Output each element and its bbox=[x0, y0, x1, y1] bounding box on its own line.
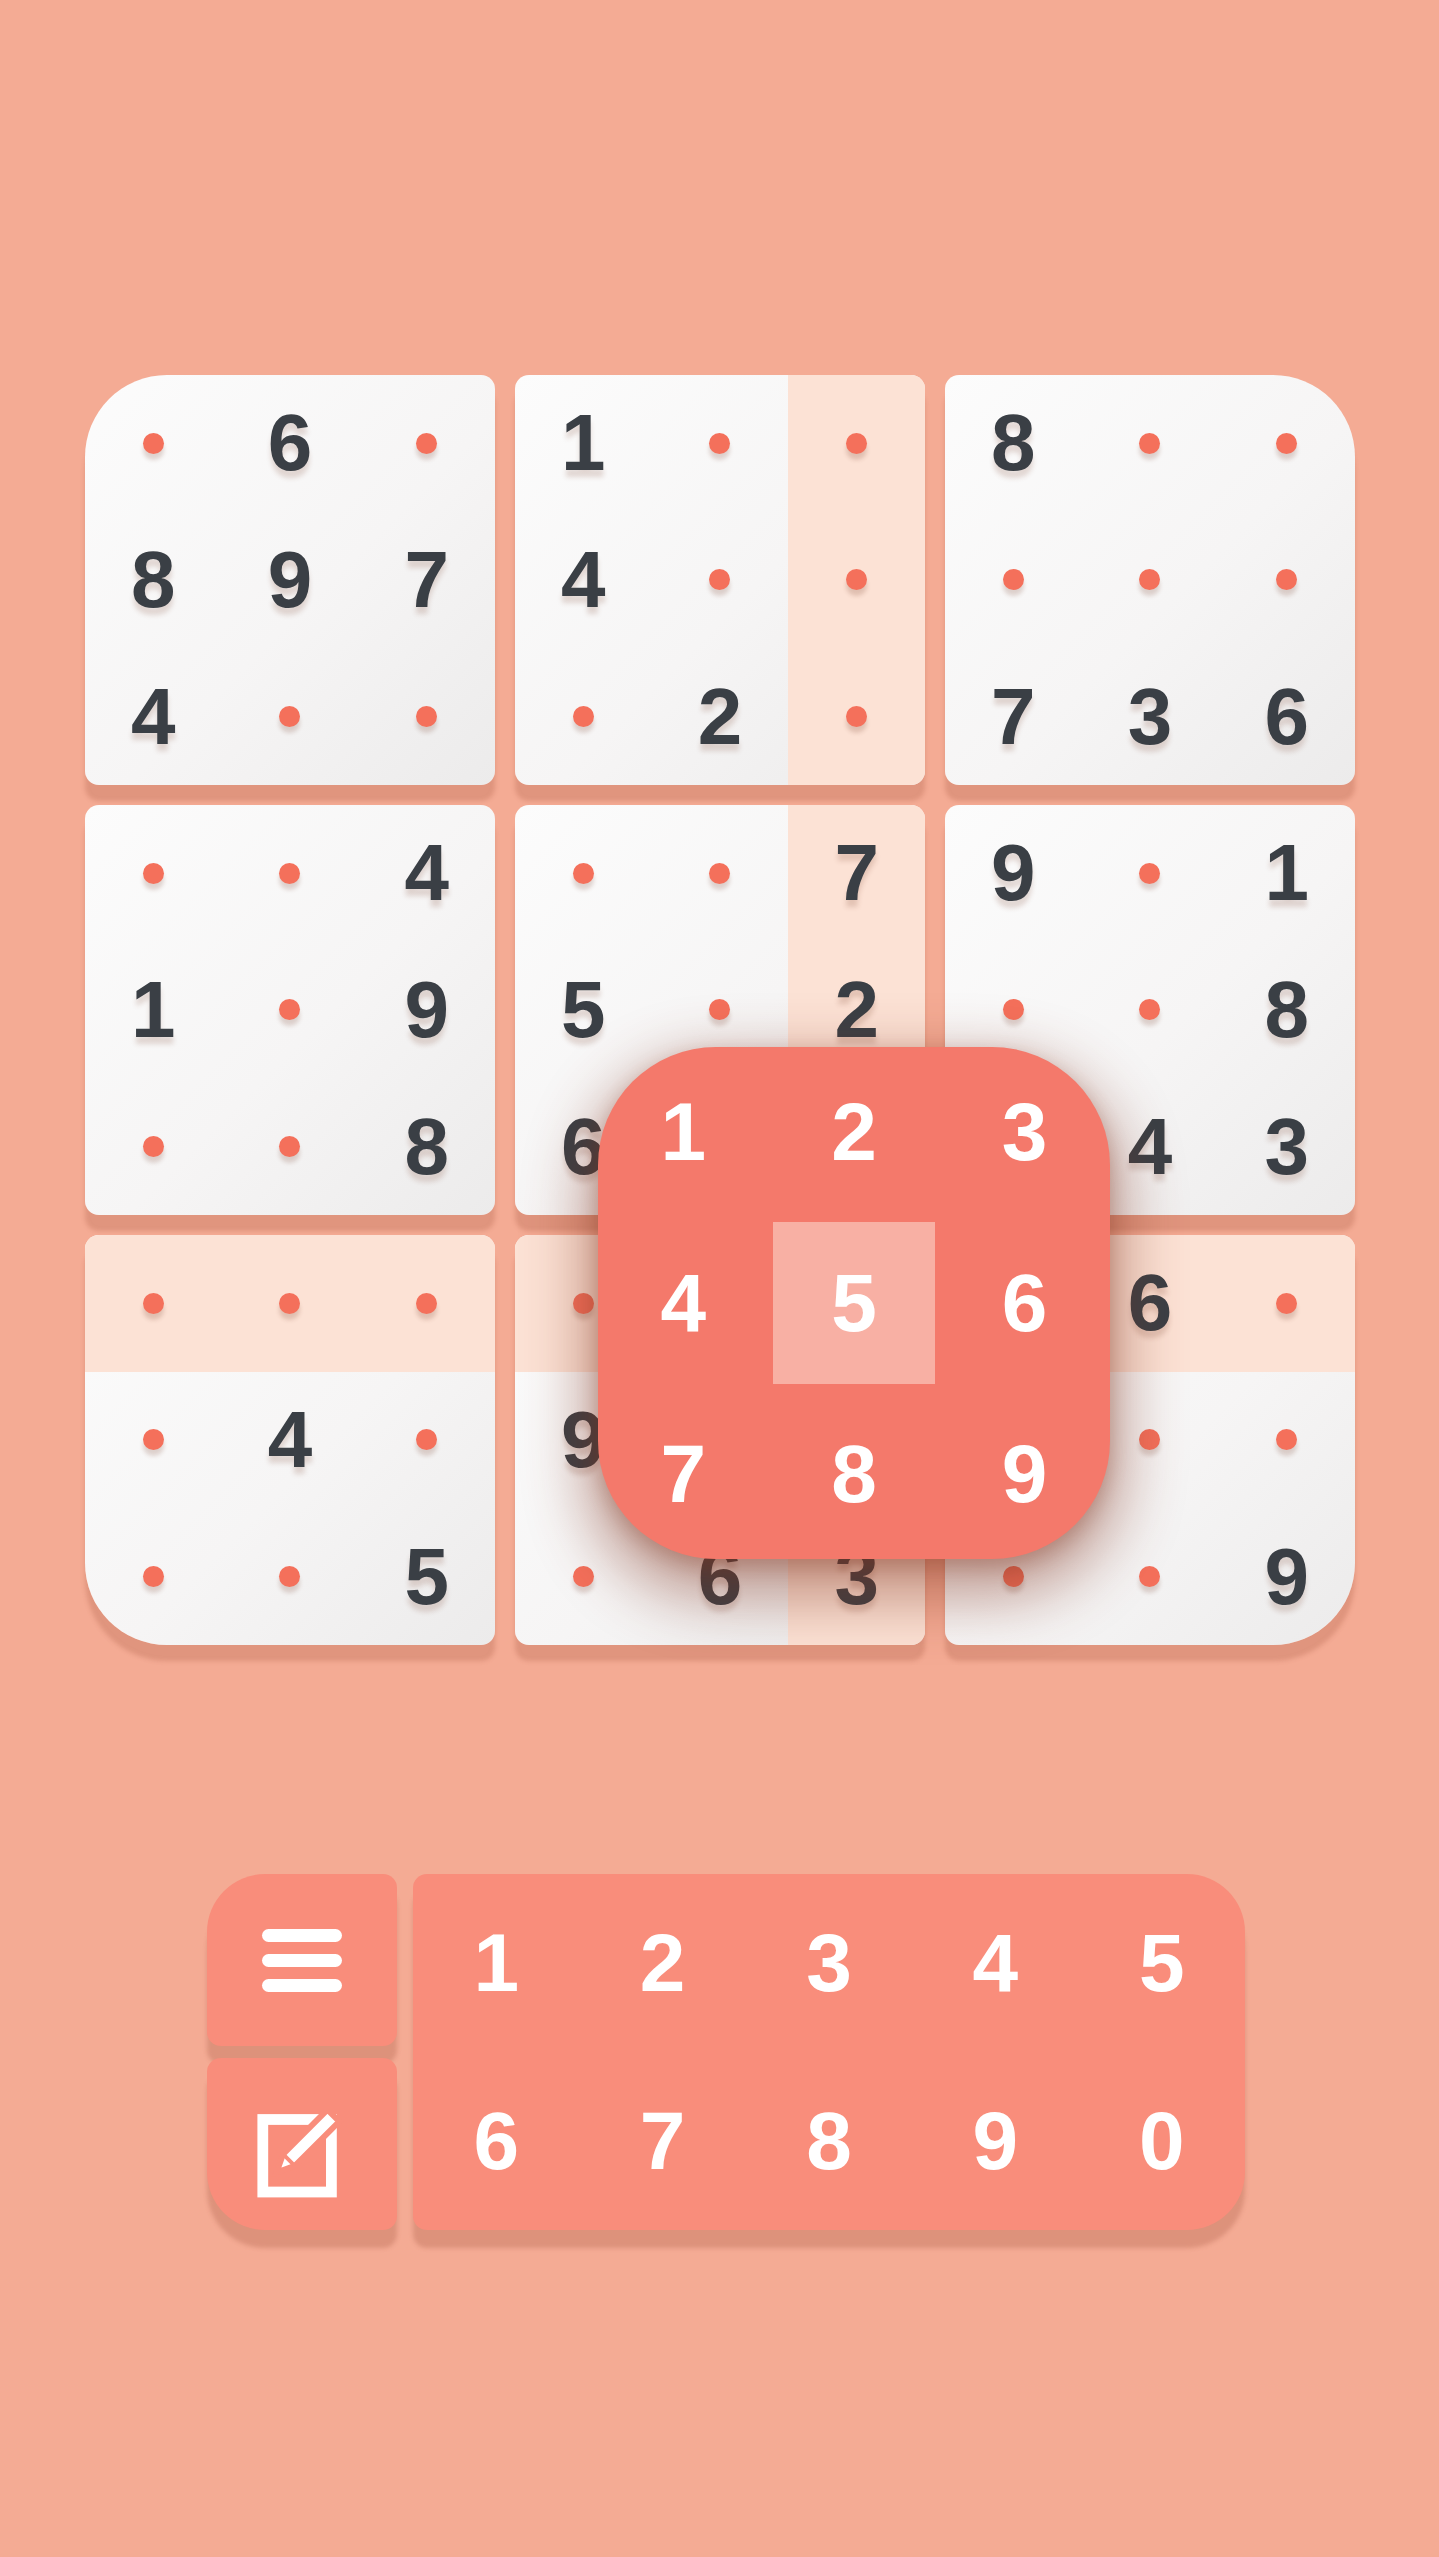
compose-pencil-icon bbox=[253, 2090, 351, 2198]
box-grid: 4198 bbox=[85, 805, 495, 1215]
cell-digit: 2 bbox=[698, 677, 743, 757]
cell-r1c5[interactable] bbox=[652, 375, 789, 512]
picker-digit: 1 bbox=[661, 1091, 707, 1173]
cell-digit: 8 bbox=[131, 540, 176, 620]
picker-option-8[interactable]: 8 bbox=[769, 1388, 940, 1559]
cell-r3c7[interactable]: 7 bbox=[945, 648, 1082, 785]
empty-cell-dot bbox=[709, 999, 730, 1020]
cell-r3c4[interactable] bbox=[515, 648, 652, 785]
cell-digit: 9 bbox=[404, 970, 449, 1050]
keypad-button-9[interactable]: 9 bbox=[912, 2052, 1078, 2230]
cell-digit: 6 bbox=[1128, 1263, 1173, 1343]
cell-digit: 7 bbox=[404, 540, 449, 620]
empty-cell-dot bbox=[1139, 1566, 1160, 1587]
empty-cell-dot bbox=[1276, 569, 1297, 590]
cell-digit: 4 bbox=[131, 677, 176, 757]
keypad-button-8[interactable]: 8 bbox=[746, 2052, 912, 2230]
empty-cell-dot bbox=[573, 863, 594, 884]
cell-r7c2[interactable] bbox=[222, 1235, 359, 1372]
cell-digit: 2 bbox=[834, 970, 879, 1050]
empty-cell-dot bbox=[143, 1566, 164, 1587]
cell-digit: 4 bbox=[561, 540, 606, 620]
cell-digit: 8 bbox=[404, 1107, 449, 1187]
cell-r4c2[interactable] bbox=[222, 805, 359, 942]
empty-cell-dot bbox=[279, 706, 300, 727]
empty-cell-dot bbox=[1139, 1429, 1160, 1450]
cell-digit: 7 bbox=[834, 833, 879, 913]
cell-r2c7[interactable] bbox=[945, 512, 1082, 649]
picker-option-3[interactable]: 3 bbox=[939, 1047, 1110, 1218]
cell-r9c3[interactable]: 5 bbox=[358, 1508, 495, 1645]
cell-r4c7[interactable]: 9 bbox=[945, 805, 1082, 942]
keypad-number-panel: 1234567890 bbox=[413, 1874, 1245, 2230]
cell-r4c8[interactable] bbox=[1082, 805, 1219, 942]
empty-cell-dot bbox=[573, 1293, 594, 1314]
empty-cell-dot bbox=[279, 999, 300, 1020]
cell-r9c9[interactable]: 9 bbox=[1218, 1508, 1355, 1645]
keypad-button-7[interactable]: 7 bbox=[579, 2052, 745, 2230]
cell-digit: 3 bbox=[1128, 677, 1173, 757]
cell-r2c3[interactable]: 7 bbox=[358, 512, 495, 649]
empty-cell-dot bbox=[709, 433, 730, 454]
cell-r3c3[interactable] bbox=[358, 648, 495, 785]
keypad-button-6[interactable]: 6 bbox=[413, 2052, 579, 2230]
cell-digit: 6 bbox=[1264, 677, 1309, 757]
picker-grid: 123456789 bbox=[598, 1047, 1110, 1559]
cell-digit: 4 bbox=[404, 833, 449, 913]
keypad-button-2[interactable]: 2 bbox=[579, 1874, 745, 2052]
cell-r4c1[interactable] bbox=[85, 805, 222, 942]
picker-digit: 2 bbox=[831, 1091, 877, 1173]
cell-r7c1[interactable] bbox=[85, 1235, 222, 1372]
cell-r4c9[interactable]: 1 bbox=[1218, 805, 1355, 942]
cell-r6c2[interactable] bbox=[222, 1078, 359, 1215]
cell-r9c1[interactable] bbox=[85, 1508, 222, 1645]
empty-cell-dot bbox=[143, 1293, 164, 1314]
keypad-button-1[interactable]: 1 bbox=[413, 1874, 579, 2052]
cell-r3c1[interactable]: 4 bbox=[85, 648, 222, 785]
cell-r4c3[interactable]: 4 bbox=[358, 805, 495, 942]
cell-r1c2[interactable]: 6 bbox=[222, 375, 359, 512]
empty-cell-dot bbox=[416, 1429, 437, 1450]
cell-r5c1[interactable]: 1 bbox=[85, 942, 222, 1079]
box-grid: 142 bbox=[515, 375, 925, 785]
empty-cell-dot bbox=[709, 863, 730, 884]
picker-option-1[interactable]: 1 bbox=[598, 1047, 769, 1218]
keypad-button-3[interactable]: 3 bbox=[746, 1874, 912, 2052]
picker-option-5[interactable]: 5 bbox=[769, 1218, 940, 1389]
cell-r3c2[interactable] bbox=[222, 648, 359, 785]
cell-r5c2[interactable] bbox=[222, 942, 359, 1079]
picker-option-2[interactable]: 2 bbox=[769, 1047, 940, 1218]
cell-digit: 1 bbox=[1264, 833, 1309, 913]
empty-cell-dot bbox=[143, 863, 164, 884]
hamburger-menu-icon bbox=[262, 1929, 342, 1992]
cell-digit: 8 bbox=[991, 403, 1036, 483]
picker-digit: 7 bbox=[661, 1433, 707, 1515]
cell-r8c9[interactable] bbox=[1218, 1372, 1355, 1509]
cell-r5c9[interactable]: 8 bbox=[1218, 942, 1355, 1079]
empty-cell-dot bbox=[709, 569, 730, 590]
picker-option-7[interactable]: 7 bbox=[598, 1388, 769, 1559]
cell-r2c1[interactable]: 8 bbox=[85, 512, 222, 649]
notes-button[interactable] bbox=[207, 2058, 397, 2230]
box-2-1: 4198 bbox=[85, 805, 495, 1215]
empty-cell-dot bbox=[573, 1566, 594, 1587]
cell-digit: 7 bbox=[991, 677, 1036, 757]
number-picker-popup[interactable]: 123456789 bbox=[598, 1047, 1110, 1559]
cell-r6c1[interactable] bbox=[85, 1078, 222, 1215]
empty-cell-dot bbox=[1139, 863, 1160, 884]
cell-r2c5[interactable] bbox=[652, 512, 789, 649]
empty-cell-dot bbox=[143, 1429, 164, 1450]
picker-option-6[interactable]: 6 bbox=[939, 1218, 1110, 1389]
cell-digit: 5 bbox=[561, 970, 606, 1050]
empty-cell-dot bbox=[1139, 999, 1160, 1020]
cell-r8c1[interactable] bbox=[85, 1372, 222, 1509]
picker-digit: 6 bbox=[1002, 1262, 1048, 1344]
cell-digit: 9 bbox=[991, 833, 1036, 913]
empty-cell-dot bbox=[1003, 999, 1024, 1020]
cell-r2c6[interactable] bbox=[788, 512, 925, 649]
cell-r6c3[interactable]: 8 bbox=[358, 1078, 495, 1215]
cell-digit: 9 bbox=[268, 540, 313, 620]
cell-digit: 4 bbox=[268, 1400, 313, 1480]
cell-r4c6[interactable]: 7 bbox=[788, 805, 925, 942]
cell-r8c3[interactable] bbox=[358, 1372, 495, 1509]
box-1-1: 68974 bbox=[85, 375, 495, 785]
keypad-button-4[interactable]: 4 bbox=[912, 1874, 1078, 2052]
cell-r2c8[interactable] bbox=[1082, 512, 1219, 649]
picker-digit: 8 bbox=[831, 1433, 877, 1515]
cell-digit: 9 bbox=[1264, 1537, 1309, 1617]
cell-r1c9[interactable] bbox=[1218, 375, 1355, 512]
cell-r3c6[interactable] bbox=[788, 648, 925, 785]
empty-cell-dot bbox=[143, 1136, 164, 1157]
cell-digit: 8 bbox=[1264, 970, 1309, 1050]
box-3-1: 45 bbox=[85, 1235, 495, 1645]
cell-r3c9[interactable]: 6 bbox=[1218, 648, 1355, 785]
cell-r1c6[interactable] bbox=[788, 375, 925, 512]
cell-r7c3[interactable] bbox=[358, 1235, 495, 1372]
box-1-2: 142 bbox=[515, 375, 925, 785]
cell-digit: 6 bbox=[268, 403, 313, 483]
empty-cell-dot bbox=[1276, 433, 1297, 454]
cell-r3c5[interactable]: 2 bbox=[652, 648, 789, 785]
picker-digit: 4 bbox=[661, 1262, 707, 1344]
empty-cell-dot bbox=[416, 1293, 437, 1314]
picker-option-4[interactable]: 4 bbox=[598, 1218, 769, 1389]
cell-r2c9[interactable] bbox=[1218, 512, 1355, 649]
empty-cell-dot bbox=[416, 706, 437, 727]
empty-cell-dot bbox=[846, 433, 867, 454]
box-grid: 68974 bbox=[85, 375, 495, 785]
picker-digit: 5 bbox=[831, 1262, 877, 1344]
cell-r9c2[interactable] bbox=[222, 1508, 359, 1645]
empty-cell-dot bbox=[1139, 433, 1160, 454]
cell-r6c9[interactable]: 3 bbox=[1218, 1078, 1355, 1215]
cell-digit: 1 bbox=[131, 970, 176, 1050]
picker-digit: 3 bbox=[1002, 1091, 1048, 1173]
empty-cell-dot bbox=[279, 1293, 300, 1314]
cell-digit: 1 bbox=[561, 403, 606, 483]
empty-cell-dot bbox=[279, 863, 300, 884]
box-grid: 8736 bbox=[945, 375, 1355, 785]
cell-r8c2[interactable]: 4 bbox=[222, 1372, 359, 1509]
cell-r2c4[interactable]: 4 bbox=[515, 512, 652, 649]
empty-cell-dot bbox=[1276, 1293, 1297, 1314]
empty-cell-dot bbox=[279, 1566, 300, 1587]
cell-digit: 3 bbox=[1264, 1107, 1309, 1187]
box-1-3: 8736 bbox=[945, 375, 1355, 785]
picker-option-9[interactable]: 9 bbox=[939, 1388, 1110, 1559]
cell-r1c4[interactable]: 1 bbox=[515, 375, 652, 512]
keypad-left-column bbox=[207, 1874, 397, 2230]
cell-r7c9[interactable] bbox=[1218, 1235, 1355, 1372]
cell-r2c2[interactable]: 9 bbox=[222, 512, 359, 649]
cell-r1c7[interactable]: 8 bbox=[945, 375, 1082, 512]
cell-r1c1[interactable] bbox=[85, 375, 222, 512]
picker-digit: 9 bbox=[1002, 1433, 1048, 1515]
cell-digit: 5 bbox=[404, 1537, 449, 1617]
empty-cell-dot bbox=[846, 706, 867, 727]
empty-cell-dot bbox=[1139, 569, 1160, 590]
cell-digit: 4 bbox=[1128, 1107, 1173, 1187]
cell-r4c4[interactable] bbox=[515, 805, 652, 942]
empty-cell-dot bbox=[1276, 1429, 1297, 1450]
cell-r1c3[interactable] bbox=[358, 375, 495, 512]
cell-r3c8[interactable]: 3 bbox=[1082, 648, 1219, 785]
empty-cell-dot bbox=[846, 569, 867, 590]
empty-cell-dot bbox=[279, 1136, 300, 1157]
keypad-button-0[interactable]: 0 bbox=[1079, 2052, 1245, 2230]
cell-r1c8[interactable] bbox=[1082, 375, 1219, 512]
empty-cell-dot bbox=[1003, 1566, 1024, 1587]
menu-button[interactable] bbox=[207, 1874, 397, 2046]
keypad-button-5[interactable]: 5 bbox=[1079, 1874, 1245, 2052]
empty-cell-dot bbox=[143, 433, 164, 454]
empty-cell-dot bbox=[573, 706, 594, 727]
empty-cell-dot bbox=[416, 433, 437, 454]
box-grid: 45 bbox=[85, 1235, 495, 1645]
cell-r4c5[interactable] bbox=[652, 805, 789, 942]
cell-r5c3[interactable]: 9 bbox=[358, 942, 495, 1079]
empty-cell-dot bbox=[1003, 569, 1024, 590]
